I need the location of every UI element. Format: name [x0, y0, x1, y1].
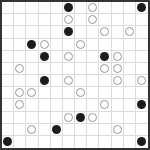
cell-r9c9[interactable] [112, 112, 124, 124]
white-pearl [113, 125, 122, 134]
cell-r2c4[interactable] [51, 26, 63, 38]
cell-r10c11[interactable] [136, 124, 148, 136]
cell-r4c7[interactable] [87, 51, 99, 63]
cell-r2c8[interactable] [99, 26, 111, 38]
cell-r5c3[interactable] [39, 63, 51, 75]
cell-r3c11[interactable] [136, 39, 148, 51]
cell-r2c9[interactable] [112, 26, 124, 38]
cell-r1c10[interactable] [124, 14, 136, 26]
cell-r0c8[interactable] [99, 2, 111, 14]
cell-r6c3[interactable] [39, 75, 51, 87]
cell-r1c2[interactable] [26, 14, 38, 26]
cell-r8c1[interactable] [14, 99, 26, 111]
white-pearl [64, 15, 73, 24]
cell-r7c3[interactable] [39, 87, 51, 99]
cell-r4c9[interactable] [112, 51, 124, 63]
white-pearl [113, 76, 122, 85]
white-pearl [27, 88, 36, 97]
cell-r7c8[interactable] [99, 87, 111, 99]
black-pearl [76, 113, 85, 122]
cell-r2c3[interactable] [39, 26, 51, 38]
cell-r1c4[interactable] [51, 14, 63, 26]
cell-r3c7[interactable] [87, 39, 99, 51]
cell-r3c2[interactable] [26, 39, 38, 51]
cell-r7c11[interactable] [136, 87, 148, 99]
white-pearl [88, 113, 97, 122]
cell-r6c6[interactable] [75, 75, 87, 87]
cell-r8c10[interactable] [124, 99, 136, 111]
cell-r6c2[interactable] [26, 75, 38, 87]
cell-r6c9[interactable] [112, 75, 124, 87]
cell-r4c1[interactable] [14, 51, 26, 63]
cell-r3c10[interactable] [124, 39, 136, 51]
white-pearl [137, 76, 146, 85]
cell-r10c6[interactable] [75, 124, 87, 136]
cell-r5c8[interactable] [99, 63, 111, 75]
cell-r8c7[interactable] [87, 99, 99, 111]
cell-r2c10[interactable] [124, 26, 136, 38]
cell-r8c2[interactable] [26, 99, 38, 111]
cell-r9c3[interactable] [39, 112, 51, 124]
cell-r0c0[interactable] [2, 2, 14, 14]
cell-r7c7[interactable] [87, 87, 99, 99]
cell-r11c10[interactable] [124, 136, 136, 148]
cell-r5c5[interactable] [63, 63, 75, 75]
cell-r10c3[interactable] [39, 124, 51, 136]
cell-r1c7[interactable] [87, 14, 99, 26]
cell-r9c4[interactable] [51, 112, 63, 124]
cell-r7c2[interactable] [26, 87, 38, 99]
cell-r0c7[interactable] [87, 2, 99, 14]
cell-r5c10[interactable] [124, 63, 136, 75]
cell-r7c0[interactable] [2, 87, 14, 99]
cell-r5c0[interactable] [2, 63, 14, 75]
cell-r5c11[interactable] [136, 63, 148, 75]
cell-r7c5[interactable] [63, 87, 75, 99]
cell-r0c5[interactable] [63, 2, 75, 14]
cell-r9c11[interactable] [136, 112, 148, 124]
cell-r0c9[interactable] [112, 2, 124, 14]
cell-r4c11[interactable] [136, 51, 148, 63]
cell-r3c5[interactable] [63, 39, 75, 51]
cell-r11c11[interactable] [136, 136, 148, 148]
white-pearl [113, 64, 122, 73]
black-pearl [137, 3, 146, 12]
cell-r1c6[interactable] [75, 14, 87, 26]
cell-r3c8[interactable] [99, 39, 111, 51]
cell-r8c11[interactable] [136, 99, 148, 111]
cell-r8c8[interactable] [99, 99, 111, 111]
black-pearl [64, 27, 73, 36]
cell-r9c10[interactable] [124, 112, 136, 124]
cell-r3c1[interactable] [14, 39, 26, 51]
cell-r2c2[interactable] [26, 26, 38, 38]
cell-r10c10[interactable] [124, 124, 136, 136]
cell-r10c5[interactable] [63, 124, 75, 136]
cell-r8c9[interactable] [112, 99, 124, 111]
cell-r5c9[interactable] [112, 63, 124, 75]
cell-r8c4[interactable] [51, 99, 63, 111]
cell-r10c1[interactable] [14, 124, 26, 136]
cell-r9c0[interactable] [2, 112, 14, 124]
cell-r1c11[interactable] [136, 14, 148, 26]
cell-r11c2[interactable] [26, 136, 38, 148]
white-pearl [64, 52, 73, 61]
black-pearl [40, 52, 49, 61]
white-pearl [125, 27, 134, 36]
cell-r7c9[interactable] [112, 87, 124, 99]
white-pearl [27, 125, 36, 134]
cell-r11c6[interactable] [75, 136, 87, 148]
cell-r2c6[interactable] [75, 26, 87, 38]
cell-r10c4[interactable] [51, 124, 63, 136]
cell-r6c1[interactable] [14, 75, 26, 87]
black-pearl [3, 137, 12, 146]
cell-r10c2[interactable] [26, 124, 38, 136]
cell-r10c7[interactable] [87, 124, 99, 136]
white-pearl [100, 100, 109, 109]
cell-r1c9[interactable] [112, 14, 124, 26]
cell-r5c1[interactable] [14, 63, 26, 75]
masyu-board[interactable] [0, 0, 150, 150]
cell-r5c2[interactable] [26, 63, 38, 75]
cell-r7c1[interactable] [14, 87, 26, 99]
black-pearl [40, 76, 49, 85]
cell-r4c4[interactable] [51, 51, 63, 63]
cell-r8c5[interactable] [63, 99, 75, 111]
cell-r11c5[interactable] [63, 136, 75, 148]
black-pearl [52, 125, 61, 134]
cell-r5c7[interactable] [87, 63, 99, 75]
white-pearl [15, 100, 24, 109]
black-pearl [137, 100, 146, 109]
white-pearl [88, 15, 97, 24]
cell-r2c5[interactable] [63, 26, 75, 38]
cell-r3c6[interactable] [75, 39, 87, 51]
cell-r2c0[interactable] [2, 26, 14, 38]
cell-r11c3[interactable] [39, 136, 51, 148]
cell-r4c3[interactable] [39, 51, 51, 63]
cell-r9c8[interactable] [99, 112, 111, 124]
cell-r0c2[interactable] [26, 2, 38, 14]
cell-r3c9[interactable] [112, 39, 124, 51]
cell-r6c10[interactable] [124, 75, 136, 87]
cell-r9c2[interactable] [26, 112, 38, 124]
black-pearl [64, 3, 73, 12]
cell-r6c4[interactable] [51, 75, 63, 87]
cell-r11c7[interactable] [87, 136, 99, 148]
white-pearl [64, 76, 73, 85]
cell-r11c1[interactable] [14, 136, 26, 148]
cell-r6c7[interactable] [87, 75, 99, 87]
cell-r3c3[interactable] [39, 39, 51, 51]
cell-r1c1[interactable] [14, 14, 26, 26]
cell-r11c4[interactable] [51, 136, 63, 148]
cell-r6c5[interactable] [63, 75, 75, 87]
white-pearl [76, 40, 85, 49]
cell-r5c4[interactable] [51, 63, 63, 75]
cell-r10c9[interactable] [112, 124, 124, 136]
black-pearl [137, 137, 146, 146]
cell-r0c4[interactable] [51, 2, 63, 14]
cell-r8c0[interactable] [2, 99, 14, 111]
cell-r4c6[interactable] [75, 51, 87, 63]
cell-r2c7[interactable] [87, 26, 99, 38]
white-pearl [76, 88, 85, 97]
cell-r7c6[interactable] [75, 87, 87, 99]
cell-r0c3[interactable] [39, 2, 51, 14]
cell-r1c5[interactable] [63, 14, 75, 26]
cell-r0c6[interactable] [75, 2, 87, 14]
white-pearl [15, 64, 24, 73]
cell-r1c0[interactable] [2, 14, 14, 26]
cell-r4c0[interactable] [2, 51, 14, 63]
cell-r4c8[interactable] [99, 51, 111, 63]
cell-r9c6[interactable] [75, 112, 87, 124]
cell-r0c11[interactable] [136, 2, 148, 14]
cell-r9c1[interactable] [14, 112, 26, 124]
cell-r4c5[interactable] [63, 51, 75, 63]
cell-r9c5[interactable] [63, 112, 75, 124]
white-pearl [100, 27, 109, 36]
cell-r7c10[interactable] [124, 87, 136, 99]
cell-r6c0[interactable] [2, 75, 14, 87]
cell-r8c3[interactable] [39, 99, 51, 111]
black-pearl [100, 52, 109, 61]
cell-r1c8[interactable] [99, 14, 111, 26]
cell-r0c10[interactable] [124, 2, 136, 14]
cell-r4c2[interactable] [26, 51, 38, 63]
cell-r11c9[interactable] [112, 136, 124, 148]
cell-r6c8[interactable] [99, 75, 111, 87]
cell-r6c11[interactable] [136, 75, 148, 87]
black-pearl [27, 40, 36, 49]
cell-r11c8[interactable] [99, 136, 111, 148]
cell-r10c8[interactable] [99, 124, 111, 136]
cell-r0c1[interactable] [14, 2, 26, 14]
cell-r1c3[interactable] [39, 14, 51, 26]
cell-r2c1[interactable] [14, 26, 26, 38]
white-pearl [113, 52, 122, 61]
white-pearl [15, 88, 24, 97]
cell-r11c0[interactable] [2, 136, 14, 148]
cell-r7c4[interactable] [51, 87, 63, 99]
cell-r3c4[interactable] [51, 39, 63, 51]
white-pearl [88, 3, 97, 12]
cell-r10c0[interactable] [2, 124, 14, 136]
cell-r2c11[interactable] [136, 26, 148, 38]
cell-r4c10[interactable] [124, 51, 136, 63]
cell-r5c6[interactable] [75, 63, 87, 75]
white-pearl [40, 40, 49, 49]
white-pearl [64, 113, 73, 122]
cell-r8c6[interactable] [75, 99, 87, 111]
cell-r9c7[interactable] [87, 112, 99, 124]
cell-r3c0[interactable] [2, 39, 14, 51]
white-pearl [100, 64, 109, 73]
